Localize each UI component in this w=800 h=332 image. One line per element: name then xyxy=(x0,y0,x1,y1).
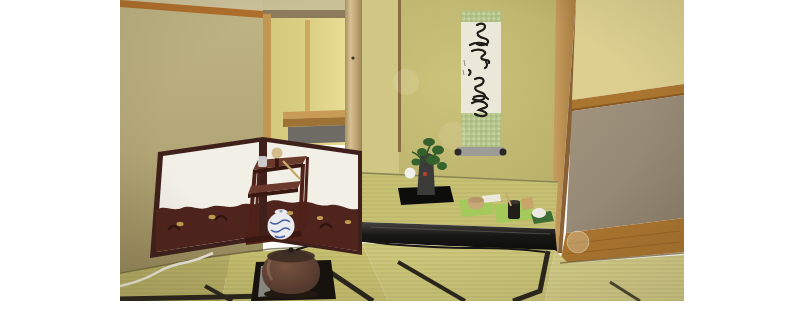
tea-room-scene xyxy=(120,0,684,301)
vignette xyxy=(120,0,684,301)
tea-room-photo xyxy=(120,0,684,301)
page xyxy=(0,0,800,332)
